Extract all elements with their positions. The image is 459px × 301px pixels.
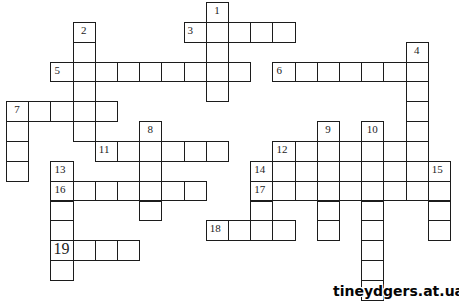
- grid-cell[interactable]: [206, 220, 229, 241]
- grid-cell[interactable]: [383, 62, 406, 83]
- grid-cell[interactable]: [206, 42, 229, 63]
- grid-cell[interactable]: [206, 141, 229, 162]
- grid-cell[interactable]: [406, 81, 429, 102]
- grid-cell[interactable]: [228, 62, 251, 83]
- grid-cell[interactable]: [250, 201, 273, 222]
- grid-cell[interactable]: [250, 161, 273, 182]
- grid-cell[interactable]: [117, 62, 140, 83]
- grid-cell[interactable]: [295, 141, 318, 162]
- grid-cell[interactable]: [272, 22, 295, 43]
- grid-cell[interactable]: [295, 161, 318, 182]
- grid-cell[interactable]: [206, 62, 229, 83]
- grid-cell[interactable]: [361, 240, 384, 261]
- grid-cell[interactable]: [139, 141, 162, 162]
- grid-cell[interactable]: [317, 62, 340, 83]
- grid-cell[interactable]: [383, 161, 406, 182]
- grid-cell[interactable]: [161, 62, 184, 83]
- grid-cell[interactable]: [428, 201, 451, 222]
- grid-cell[interactable]: [95, 101, 118, 122]
- grid-cell[interactable]: [50, 161, 73, 182]
- crossword-screenshot: 12345678910111213141516171819 tineydgers…: [0, 0, 459, 301]
- grid-cell[interactable]: [361, 161, 384, 182]
- grid-cell[interactable]: [117, 181, 140, 202]
- grid-cell[interactable]: [295, 62, 318, 83]
- grid-cell[interactable]: [339, 62, 362, 83]
- grid-cell[interactable]: [317, 181, 340, 202]
- grid-cell[interactable]: [95, 141, 118, 162]
- grid-cell[interactable]: [117, 240, 140, 261]
- site-watermark: tineydgers.at.ua: [333, 283, 459, 299]
- grid-cell[interactable]: [406, 42, 429, 63]
- grid-cell[interactable]: [406, 121, 429, 142]
- grid-cell[interactable]: [73, 81, 96, 102]
- grid-cell[interactable]: [117, 141, 140, 162]
- grid-cell[interactable]: [250, 181, 273, 202]
- grid-cell[interactable]: [95, 62, 118, 83]
- grid-cell[interactable]: [361, 141, 384, 162]
- grid-cell[interactable]: [95, 240, 118, 261]
- grid-cell[interactable]: [361, 260, 384, 281]
- grid-cell[interactable]: [317, 220, 340, 241]
- grid-cell[interactable]: [295, 181, 318, 202]
- grid-cell[interactable]: [139, 161, 162, 182]
- grid-cell[interactable]: [361, 121, 384, 142]
- grid-cell[interactable]: [6, 141, 29, 162]
- grid-cell[interactable]: [73, 42, 96, 63]
- grid-cell[interactable]: [361, 62, 384, 83]
- grid-cell[interactable]: [361, 220, 384, 241]
- grid-cell[interactable]: [50, 260, 73, 281]
- grid-cell[interactable]: [161, 141, 184, 162]
- grid-cell[interactable]: [317, 161, 340, 182]
- grid-cell[interactable]: [428, 161, 451, 182]
- grid-cell[interactable]: [339, 161, 362, 182]
- grid-cell[interactable]: [50, 101, 73, 122]
- grid-cell[interactable]: [383, 181, 406, 202]
- grid-cell[interactable]: [250, 22, 273, 43]
- grid-cell[interactable]: [73, 121, 96, 142]
- grid-cell[interactable]: [272, 181, 295, 202]
- grid-cell[interactable]: [73, 62, 96, 83]
- crossword-board: 12345678910111213141516171819: [0, 0, 459, 301]
- grid-cell[interactable]: [339, 181, 362, 202]
- grid-cell[interactable]: [139, 62, 162, 83]
- grid-cell[interactable]: [317, 121, 340, 142]
- grid-cell[interactable]: [272, 141, 295, 162]
- grid-cell[interactable]: [361, 201, 384, 222]
- grid-cell[interactable]: [428, 181, 451, 202]
- grid-cell[interactable]: [28, 101, 51, 122]
- grid-cell[interactable]: [317, 141, 340, 162]
- grid-cell[interactable]: [184, 181, 207, 202]
- grid-cell[interactable]: [383, 141, 406, 162]
- grid-cell[interactable]: [206, 81, 229, 102]
- grid-cell[interactable]: [73, 240, 96, 261]
- grid-cell[interactable]: [73, 101, 96, 122]
- grid-cell[interactable]: [161, 181, 184, 202]
- grid-cell[interactable]: [139, 181, 162, 202]
- grid-cell[interactable]: [184, 62, 207, 83]
- grid-cell[interactable]: [50, 62, 73, 83]
- grid-cell[interactable]: [184, 22, 207, 43]
- grid-cell[interactable]: [206, 2, 229, 23]
- grid-cell[interactable]: [50, 181, 73, 202]
- grid-cell[interactable]: [50, 240, 73, 261]
- grid-cell[interactable]: [6, 161, 29, 182]
- grid-cell[interactable]: [73, 181, 96, 202]
- grid-cell[interactable]: [228, 22, 251, 43]
- grid-cell[interactable]: [406, 101, 429, 122]
- grid-cell[interactable]: [139, 201, 162, 222]
- grid-cell[interactable]: [50, 220, 73, 241]
- grid-cell[interactable]: [184, 141, 207, 162]
- grid-cell[interactable]: [6, 101, 29, 122]
- grid-cell[interactable]: [272, 161, 295, 182]
- grid-cell[interactable]: [95, 181, 118, 202]
- grid-cell[interactable]: [228, 220, 251, 241]
- grid-cell[interactable]: [206, 22, 229, 43]
- grid-cell[interactable]: [361, 181, 384, 202]
- grid-cell[interactable]: [272, 62, 295, 83]
- grid-cell[interactable]: [272, 220, 295, 241]
- grid-cell[interactable]: [339, 141, 362, 162]
- grid-cell[interactable]: [406, 141, 429, 162]
- grid-cell[interactable]: [6, 121, 29, 142]
- grid-cell[interactable]: [73, 22, 96, 43]
- grid-cell[interactable]: [250, 220, 273, 241]
- grid-cell[interactable]: [317, 201, 340, 222]
- grid-cell[interactable]: [406, 62, 429, 83]
- grid-cell[interactable]: [406, 161, 429, 182]
- grid-cell[interactable]: [139, 121, 162, 142]
- grid-cell[interactable]: [428, 220, 451, 241]
- grid-cell[interactable]: [406, 181, 429, 202]
- grid-cell[interactable]: [50, 201, 73, 222]
